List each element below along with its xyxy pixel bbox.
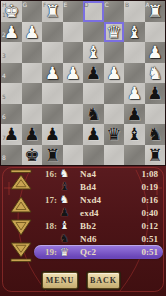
chess-app: H1♚GF♜EDCBA♜2♟♟♛♝3♝♟4♟♟♟♟♞5♟♟6♞♟7♟♟♟♟♛♝♞… <box>0 0 166 296</box>
piece-bN-d6: ♞ <box>83 104 104 125</box>
move-san: Nd6 <box>72 234 142 244</box>
move-row-Qc2[interactable]: 19:♛Qc20:51 <box>34 245 163 259</box>
piece-bP-a5: ♟ <box>145 83 166 104</box>
square-e5[interactable] <box>63 83 84 104</box>
square-d6[interactable]: ♞ <box>83 104 104 125</box>
square-a6[interactable] <box>145 104 166 125</box>
square-f8[interactable]: ♜ <box>42 145 63 166</box>
rank-label-4: 4 <box>2 73 6 79</box>
square-g2[interactable]: ♟ <box>22 22 43 43</box>
square-e2[interactable] <box>63 22 84 43</box>
nav-first-button[interactable] <box>8 169 34 191</box>
square-g1[interactable]: G <box>22 1 43 22</box>
piece-wP-a3: ♟ <box>145 42 166 63</box>
nav-next-button[interactable] <box>8 217 34 239</box>
square-d7[interactable]: ♟ <box>83 124 104 145</box>
square-a7[interactable]: ♞ <box>145 124 166 145</box>
move-number: 16: <box>34 169 57 179</box>
square-e6[interactable] <box>63 104 84 125</box>
move-clock-time: 0:51 <box>142 247 164 257</box>
rank-label-1: 1 <box>2 12 6 18</box>
piece-bQ-c7: ♛ <box>104 124 125 145</box>
square-a1[interactable]: A♜ <box>145 1 166 22</box>
square-d8[interactable] <box>83 145 104 166</box>
square-a8[interactable]: ♜ <box>145 145 166 166</box>
square-h4[interactable]: 4 <box>1 63 22 84</box>
rank-label-5: 5 <box>2 94 6 100</box>
move-number: 19: <box>34 247 57 257</box>
square-g6[interactable] <box>22 104 43 125</box>
back-button[interactable]: BACK <box>87 272 120 289</box>
move-clock-time: 0:51 <box>142 234 164 244</box>
square-b3[interactable] <box>124 42 145 63</box>
rank-label-6: 6 <box>2 114 6 120</box>
move-row-Bd4[interactable]: ♝Bd40:19 <box>34 180 163 193</box>
piece-wP-b5: ♟ <box>124 83 145 104</box>
file-label-d: D <box>84 2 89 8</box>
file-label-f: F <box>43 2 46 8</box>
square-f7[interactable]: ♟ <box>42 124 63 145</box>
piece-bR-f8: ♜ <box>42 145 63 166</box>
move-clock-time: 0:40 <box>142 208 164 218</box>
square-b4[interactable] <box>124 63 145 84</box>
square-b6[interactable]: ♟ <box>124 104 145 125</box>
square-a4[interactable]: ♞ <box>145 63 166 84</box>
square-c3[interactable] <box>104 42 125 63</box>
piece-wN-a4: ♞ <box>145 63 166 84</box>
move-clock-time: 0:12 <box>142 221 164 231</box>
move-number: 18: <box>34 221 57 231</box>
file-label-g: G <box>23 2 28 8</box>
file-label-e: E <box>64 2 68 8</box>
square-h8[interactable]: 8 <box>1 145 22 166</box>
move-san: Na4 <box>72 169 142 179</box>
move-row-exd4[interactable]: ♟exd40:40 <box>34 206 163 219</box>
move-san: Bd4 <box>72 182 142 192</box>
move-clock-time: 0:16 <box>142 195 164 205</box>
move-clock-time: 1:08 <box>142 169 164 179</box>
square-f3[interactable] <box>42 42 63 63</box>
square-g4[interactable] <box>22 63 43 84</box>
square-h2[interactable]: 2♟ <box>1 22 22 43</box>
square-h1[interactable]: H1♚ <box>1 1 22 22</box>
square-d5[interactable] <box>83 83 104 104</box>
piece-wP-e4: ♟ <box>63 63 84 84</box>
square-g8[interactable]: ♚ <box>22 145 43 166</box>
square-h3[interactable]: 3 <box>1 42 22 63</box>
square-b7[interactable]: ♝ <box>124 124 145 145</box>
move-san: Bb2 <box>72 221 142 231</box>
move-list-panel: 16:♞Na41:08♝Bd40:1917:♞Nxd40:16♟exd40:40… <box>0 166 166 296</box>
square-f6[interactable] <box>42 104 63 125</box>
piece-bP-b6: ♟ <box>124 104 145 125</box>
file-label-a: A <box>146 2 150 8</box>
file-label-h: H <box>2 2 7 8</box>
move-row-Bb2[interactable]: 18:♝Bb20:12 <box>34 219 163 232</box>
square-g5[interactable] <box>22 83 43 104</box>
square-b2[interactable]: ♝ <box>124 22 145 43</box>
square-h5[interactable]: 5 <box>1 83 22 104</box>
rank-label-8: 8 <box>2 155 6 161</box>
white-piece-icon: ♞ <box>57 167 72 180</box>
square-e8[interactable] <box>63 145 84 166</box>
piece-bN-a7: ♞ <box>145 124 166 145</box>
square-f4[interactable]: ♟ <box>42 63 63 84</box>
rank-label-2: 2 <box>2 32 6 38</box>
rank-label-7: 7 <box>2 135 6 141</box>
square-c1[interactable]: C <box>104 1 125 22</box>
square-b1[interactable]: B <box>124 1 145 22</box>
square-a2[interactable] <box>145 22 166 43</box>
square-a5[interactable]: ♟ <box>145 83 166 104</box>
square-e4[interactable]: ♟ <box>63 63 84 84</box>
square-c8[interactable] <box>104 145 125 166</box>
white-piece-icon: ♝ <box>57 219 72 232</box>
square-c2[interactable]: ♛ <box>104 22 125 43</box>
nav-prev-button[interactable] <box>8 193 34 215</box>
square-g3[interactable] <box>22 42 43 63</box>
white-piece-icon: ♞ <box>57 193 72 206</box>
square-d2[interactable] <box>83 22 104 43</box>
nav-last-button[interactable] <box>8 241 34 263</box>
square-e1[interactable]: E <box>63 1 84 22</box>
move-row-Nxd4[interactable]: 17:♞Nxd40:16 <box>34 193 163 206</box>
file-label-c: C <box>105 2 109 8</box>
piece-wP-g2: ♟ <box>22 22 43 43</box>
square-a3[interactable]: ♟ <box>145 42 166 63</box>
square-e7[interactable] <box>63 124 84 145</box>
rank-label-3: 3 <box>2 53 6 59</box>
square-h7[interactable]: 7♟ <box>1 124 22 145</box>
square-c5[interactable] <box>104 83 125 104</box>
piece-bR-a8: ♜ <box>145 145 166 166</box>
move-clock-time: 0:19 <box>142 182 164 192</box>
move-san: exd4 <box>72 208 142 218</box>
piece-bB-b7: ♝ <box>124 124 145 145</box>
piece-wB-d3: ♝ <box>83 42 104 63</box>
move-number: 17: <box>34 195 57 205</box>
piece-wQ-c2: ♛ <box>104 22 125 43</box>
piece-bP-g7: ♟ <box>22 124 43 145</box>
black-piece-icon: ♞ <box>57 232 72 245</box>
move-san: Qc2 <box>72 247 142 257</box>
piece-bP-d4: ♟ <box>83 63 104 84</box>
square-g7[interactable]: ♟ <box>22 124 43 145</box>
black-piece-icon: ♟ <box>57 206 72 219</box>
square-f2[interactable] <box>42 22 63 43</box>
square-h6[interactable]: 6 <box>1 104 22 125</box>
piece-bK-g8: ♚ <box>22 145 43 166</box>
black-piece-icon: ♝ <box>57 180 72 193</box>
piece-wP-c4: ♟ <box>104 63 125 84</box>
square-d3[interactable]: ♝ <box>83 42 104 63</box>
square-e3[interactable] <box>63 42 84 63</box>
square-f1[interactable]: F♜ <box>42 1 63 22</box>
square-f5[interactable] <box>42 83 63 104</box>
square-d1[interactable]: D <box>83 1 104 22</box>
piece-bP-d7: ♟ <box>83 124 104 145</box>
square-c4[interactable]: ♟ <box>104 63 125 84</box>
square-b8[interactable] <box>124 145 145 166</box>
piece-wB-b2: ♝ <box>124 22 145 43</box>
square-b5[interactable]: ♟ <box>124 83 145 104</box>
piece-bP-f7: ♟ <box>42 124 63 145</box>
square-d4[interactable]: ♟ <box>83 63 104 84</box>
menu-button[interactable]: MENU <box>42 272 78 289</box>
move-row-Nd6[interactable]: ♞Nd60:51 <box>34 232 163 245</box>
white-piece-icon: ♛ <box>57 246 72 259</box>
file-label-b: B <box>125 2 129 8</box>
piece-wP-f4: ♟ <box>42 63 63 84</box>
board: H1♚GF♜EDCBA♜2♟♟♛♝3♝♟4♟♟♟♟♞5♟♟6♞♟7♟♟♟♟♛♝♞… <box>0 0 166 166</box>
square-c7[interactable]: ♛ <box>104 124 125 145</box>
move-san: Nxd4 <box>72 195 142 205</box>
move-row-Na4[interactable]: 16:♞Na41:08 <box>34 167 163 180</box>
square-c6[interactable] <box>104 104 125 125</box>
